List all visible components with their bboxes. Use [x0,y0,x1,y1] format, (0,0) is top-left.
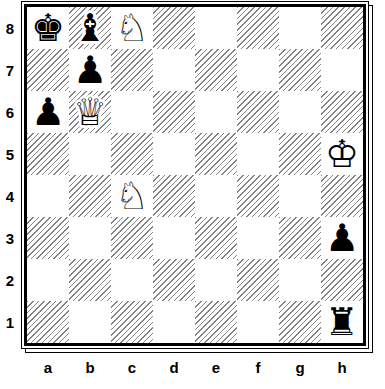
square-d6[interactable] [153,91,195,133]
square-f2[interactable] [237,259,279,301]
square-h6[interactable] [321,91,363,133]
square-a2[interactable] [27,259,69,301]
square-g3[interactable] [279,217,321,259]
square-c3[interactable] [111,217,153,259]
black-pawn-halo: ♟ [321,217,363,259]
rank-label-5: 5 [0,133,20,175]
rank-label-7: 7 [0,49,20,91]
white-king: ♔ [321,133,363,175]
rank-label-4: 4 [0,175,20,217]
black-pawn: ♟ [69,49,111,91]
white-knight: ♘ [111,175,153,217]
square-b3[interactable] [69,217,111,259]
white-king-halo: ♚ [321,133,363,175]
square-a6[interactable]: ♟♟ [27,91,69,133]
black-king: ♚ [27,7,69,49]
black-rook: ♜ [321,301,363,343]
square-g4[interactable] [279,175,321,217]
square-g7[interactable] [279,49,321,91]
square-h5[interactable]: ♚♔ [321,133,363,175]
white-queen-halo: ♛ [69,91,111,133]
square-b6[interactable]: ♛♕ [69,91,111,133]
square-d7[interactable] [153,49,195,91]
black-pawn-halo: ♟ [69,49,111,91]
white-queen: ♕ [69,91,111,133]
square-b7[interactable]: ♟♟ [69,49,111,91]
square-f8[interactable] [237,7,279,49]
square-g1[interactable] [279,301,321,343]
square-a4[interactable] [27,175,69,217]
rank-label-2: 2 [0,259,20,301]
square-h1[interactable]: ♜♜ [321,301,363,343]
square-a1[interactable] [27,301,69,343]
file-labels: abcdefgh [27,353,363,381]
square-f7[interactable] [237,49,279,91]
file-label-a: a [27,353,69,381]
square-h7[interactable] [321,49,363,91]
chess-board: ♚♚♝♝♞♘♟♟♟♟♛♕♚♔♞♘♟♟♜♜ [27,7,363,343]
black-rook-halo: ♜ [321,301,363,343]
square-e5[interactable] [195,133,237,175]
square-d2[interactable] [153,259,195,301]
square-c5[interactable] [111,133,153,175]
board-frame: ♚♚♝♝♞♘♟♟♟♟♛♕♚♔♞♘♟♟♜♜ [21,1,369,349]
white-knight-halo: ♞ [111,175,153,217]
file-label-c: c [111,353,153,381]
black-pawn-halo: ♟ [27,91,69,133]
square-a8[interactable]: ♚♚ [27,7,69,49]
square-b1[interactable] [69,301,111,343]
square-f6[interactable] [237,91,279,133]
square-d8[interactable] [153,7,195,49]
square-e3[interactable] [195,217,237,259]
square-f5[interactable] [237,133,279,175]
file-label-g: g [279,353,321,381]
black-pawn: ♟ [321,217,363,259]
rank-label-1: 1 [0,301,20,343]
square-g6[interactable] [279,91,321,133]
black-bishop: ♝ [69,7,111,49]
rank-label-8: 8 [0,7,20,49]
square-e1[interactable] [195,301,237,343]
square-h4[interactable] [321,175,363,217]
file-label-h: h [321,353,363,381]
chess-diagram: 87654321 ♚♚♝♝♞♘♟♟♟♟♛♕♚♔♞♘♟♟♜♜ abcdefgh [0,0,385,389]
square-g2[interactable] [279,259,321,301]
file-label-d: d [153,353,195,381]
black-bishop-halo: ♝ [69,7,111,49]
square-e7[interactable] [195,49,237,91]
square-c6[interactable] [111,91,153,133]
square-f4[interactable] [237,175,279,217]
square-c8[interactable]: ♞♘ [111,7,153,49]
square-a3[interactable] [27,217,69,259]
square-b5[interactable] [69,133,111,175]
square-d3[interactable] [153,217,195,259]
black-pawn: ♟ [27,91,69,133]
square-g5[interactable] [279,133,321,175]
square-h2[interactable] [321,259,363,301]
square-a7[interactable] [27,49,69,91]
square-f3[interactable] [237,217,279,259]
square-e2[interactable] [195,259,237,301]
square-b2[interactable] [69,259,111,301]
square-e8[interactable] [195,7,237,49]
rank-labels: 87654321 [0,7,20,343]
square-e4[interactable] [195,175,237,217]
white-knight-halo: ♞ [111,7,153,49]
square-e6[interactable] [195,91,237,133]
square-d5[interactable] [153,133,195,175]
square-b4[interactable] [69,175,111,217]
file-label-e: e [195,353,237,381]
rank-label-3: 3 [0,217,20,259]
square-d1[interactable] [153,301,195,343]
rank-label-6: 6 [0,91,20,133]
square-c1[interactable] [111,301,153,343]
square-h3[interactable]: ♟♟ [321,217,363,259]
square-c4[interactable]: ♞♘ [111,175,153,217]
square-f1[interactable] [237,301,279,343]
file-label-b: b [69,353,111,381]
square-c7[interactable] [111,49,153,91]
board-border: ♚♚♝♝♞♘♟♟♟♟♛♕♚♔♞♘♟♟♜♜ [24,4,366,346]
white-knight: ♘ [111,7,153,49]
black-king-halo: ♚ [27,7,69,49]
square-c2[interactable] [111,259,153,301]
square-b8[interactable]: ♝♝ [69,7,111,49]
square-g8[interactable] [279,7,321,49]
file-label-f: f [237,353,279,381]
square-d4[interactable] [153,175,195,217]
square-a5[interactable] [27,133,69,175]
square-h8[interactable] [321,7,363,49]
